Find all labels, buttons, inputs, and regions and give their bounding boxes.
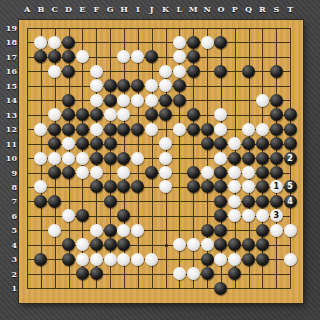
black-stone-F4[interactable] [90,238,103,251]
white-stone-J15[interactable] [145,79,158,92]
black-stone-H6[interactable] [117,209,130,222]
row-label-2: 2 [2,268,17,280]
black-stone-S7[interactable] [270,195,283,208]
black-stone-R8[interactable] [256,180,269,193]
black-stone-L14[interactable] [173,94,186,107]
black-stone-S11[interactable] [270,137,283,150]
black-stone-I12[interactable] [131,123,144,136]
white-stone-L16[interactable] [173,65,186,78]
white-stone-B18[interactable] [34,36,47,49]
white-stone-S5[interactable] [270,224,283,237]
white-stone-F9[interactable] [90,166,103,179]
white-stone-P11[interactable] [228,137,241,150]
white-stone-Q6[interactable] [242,209,255,222]
black-stone-T12[interactable] [284,123,297,136]
black-stone-E12[interactable] [76,123,89,136]
white-stone-B12[interactable] [34,123,47,136]
move-1-stone-S8[interactable]: 1 [270,180,283,193]
column-label-O: O [216,3,226,15]
column-label-C: C [50,3,60,15]
white-stone-D11[interactable] [62,137,75,150]
row-label-5: 5 [2,224,17,236]
black-stone-S10[interactable] [270,152,283,165]
column-label-S: S [271,3,281,15]
black-stone-O11[interactable] [214,137,227,150]
black-stone-N2[interactable] [201,267,214,280]
white-stone-N18[interactable] [201,36,214,49]
white-stone-L17[interactable] [173,50,186,63]
white-stone-I17[interactable] [131,50,144,63]
black-stone-Q10[interactable] [242,152,255,165]
black-stone-O9[interactable] [214,166,227,179]
white-stone-O10[interactable] [214,152,227,165]
black-stone-R11[interactable] [256,137,269,150]
white-stone-F12[interactable] [90,123,103,136]
white-stone-T3[interactable] [284,253,297,266]
black-stone-H8[interactable] [117,180,130,193]
column-label-M: M [188,3,198,15]
white-stone-Q12[interactable] [242,123,255,136]
black-stone-D9[interactable] [62,166,75,179]
black-stone-D13[interactable] [62,108,75,121]
column-label-L: L [174,3,184,15]
black-stone-L15[interactable] [173,79,186,92]
grid-line-horizontal [27,28,291,29]
black-stone-D14[interactable] [62,94,75,107]
black-stone-P10[interactable] [228,152,241,165]
black-stone-D12[interactable] [62,123,75,136]
black-stone-O4[interactable] [214,238,227,251]
white-stone-F14[interactable] [90,94,103,107]
row-label-11: 11 [2,138,17,150]
row-label-6: 6 [2,210,17,222]
black-stone-B3[interactable] [34,253,47,266]
white-stone-E10[interactable] [76,152,89,165]
white-stone-P8[interactable] [228,180,241,193]
grid-line-horizontal [27,274,291,275]
white-stone-C5[interactable] [48,224,61,237]
white-stone-G3[interactable] [104,253,117,266]
black-stone-B7[interactable] [34,195,47,208]
row-label-4: 4 [2,239,17,251]
star-point [165,244,168,247]
column-label-P: P [230,3,240,15]
black-stone-C9[interactable] [48,166,61,179]
black-stone-G10[interactable] [104,152,117,165]
column-label-T: T [285,3,295,15]
row-label-1: 1 [2,282,17,294]
black-stone-J17[interactable] [145,50,158,63]
black-stone-I8[interactable] [131,180,144,193]
black-stone-H4[interactable] [117,238,130,251]
black-stone-R5[interactable] [256,224,269,237]
black-stone-G7[interactable] [104,195,117,208]
column-label-I: I [133,3,143,15]
black-stone-M13[interactable] [187,108,200,121]
black-stone-K13[interactable] [159,108,172,121]
white-stone-E17[interactable] [76,50,89,63]
black-stone-Q11[interactable] [242,137,255,150]
black-stone-P2[interactable] [228,267,241,280]
black-stone-N12[interactable] [201,123,214,136]
black-stone-F10[interactable] [90,152,103,165]
white-stone-K8[interactable] [159,180,172,193]
black-stone-G5[interactable] [104,224,117,237]
row-label-3: 3 [2,253,17,265]
white-stone-E4[interactable] [76,238,89,251]
black-stone-D16[interactable] [62,65,75,78]
black-stone-S16[interactable] [270,65,283,78]
white-stone-T5[interactable] [284,224,297,237]
column-label-J: J [147,3,157,15]
white-stone-C18[interactable] [48,36,61,49]
black-stone-R7[interactable] [256,195,269,208]
row-label-10: 10 [2,152,17,164]
black-stone-N5[interactable] [201,224,214,237]
black-stone-J9[interactable] [145,166,158,179]
grid-line-horizontal [27,288,291,289]
white-stone-P7[interactable] [228,195,241,208]
black-stone-H10[interactable] [117,152,130,165]
white-stone-J14[interactable] [145,94,158,107]
row-label-16: 16 [2,65,17,77]
column-label-R: R [257,3,267,15]
white-stone-C10[interactable] [48,152,61,165]
white-stone-E9[interactable] [76,166,89,179]
black-stone-K14[interactable] [159,94,172,107]
black-stone-M9[interactable] [187,166,200,179]
white-stone-L18[interactable] [173,36,186,49]
white-stone-B10[interactable] [34,152,47,165]
black-stone-M12[interactable] [187,123,200,136]
white-stone-I5[interactable] [131,224,144,237]
black-stone-O6[interactable] [214,209,227,222]
white-stone-Q9[interactable] [242,166,255,179]
black-stone-D18[interactable] [62,36,75,49]
row-label-8: 8 [2,181,17,193]
move-5-stone-T8[interactable]: 5 [284,180,297,193]
white-stone-H13[interactable] [117,108,130,121]
white-stone-O12[interactable] [214,123,227,136]
black-stone-T11[interactable] [284,137,297,150]
column-label-H: H [119,3,129,15]
black-stone-S9[interactable] [270,166,283,179]
column-label-D: D [64,3,74,15]
black-stone-C12[interactable] [48,123,61,136]
row-label-18: 18 [2,36,17,48]
black-stone-D4[interactable] [62,238,75,251]
white-stone-J12[interactable] [145,123,158,136]
black-stone-M17[interactable] [187,50,200,63]
black-stone-F11[interactable] [90,137,103,150]
white-stone-J3[interactable] [145,253,158,266]
white-stone-R14[interactable] [256,94,269,107]
move-4-stone-T7[interactable]: 4 [284,195,297,208]
row-label-12: 12 [2,123,17,135]
black-stone-O5[interactable] [214,224,227,237]
black-stone-M8[interactable] [187,180,200,193]
row-label-7: 7 [2,195,17,207]
black-stone-O1[interactable] [214,282,227,295]
black-stone-O8[interactable] [214,180,227,193]
black-stone-T13[interactable] [284,108,297,121]
white-stone-R12[interactable] [256,123,269,136]
move-3-stone-S6[interactable]: 3 [270,209,283,222]
black-stone-M16[interactable] [187,65,200,78]
black-stone-C11[interactable] [48,137,61,150]
black-stone-G4[interactable] [104,238,117,251]
white-stone-P9[interactable] [228,166,241,179]
black-stone-R3[interactable] [256,253,269,266]
black-stone-D17[interactable] [62,50,75,63]
black-stone-E13[interactable] [76,108,89,121]
black-stone-F13[interactable] [90,108,103,121]
black-stone-C17[interactable] [48,50,61,63]
black-stone-H15[interactable] [117,79,130,92]
black-stone-G14[interactable] [104,94,117,107]
row-label-19: 19 [2,22,17,34]
white-stone-L12[interactable] [173,123,186,136]
white-stone-P3[interactable] [228,253,241,266]
white-stone-I3[interactable] [131,253,144,266]
black-stone-E2[interactable] [76,267,89,280]
white-stone-P6[interactable] [228,209,241,222]
black-stone-S13[interactable] [270,108,283,121]
white-stone-K10[interactable] [159,152,172,165]
white-stone-L4[interactable] [173,238,186,251]
black-stone-N8[interactable] [201,180,214,193]
move-2-stone-T10[interactable]: 2 [284,152,297,165]
white-stone-K9[interactable] [159,166,172,179]
row-label-15: 15 [2,80,17,92]
black-stone-S14[interactable] [270,94,283,107]
black-stone-D3[interactable] [62,253,75,266]
column-label-F: F [91,3,101,15]
black-stone-M18[interactable] [187,36,200,49]
black-stone-O16[interactable] [214,65,227,78]
black-stone-H12[interactable] [117,123,130,136]
white-stone-O13[interactable] [214,108,227,121]
white-stone-K15[interactable] [159,79,172,92]
white-stone-D6[interactable] [62,209,75,222]
white-stone-H14[interactable] [117,94,130,107]
black-stone-Q16[interactable] [242,65,255,78]
black-stone-R10[interactable] [256,152,269,165]
column-label-Q: Q [244,3,254,15]
black-stone-Q4[interactable] [242,238,255,251]
row-label-14: 14 [2,94,17,106]
white-stone-E3[interactable] [76,253,89,266]
white-stone-H5[interactable] [117,224,130,237]
black-stone-R4[interactable] [256,238,269,251]
white-stone-F15[interactable] [90,79,103,92]
white-stone-G13[interactable] [104,108,117,121]
black-stone-O7[interactable] [214,195,227,208]
black-stone-Q3[interactable] [242,253,255,266]
white-stone-H9[interactable] [117,166,130,179]
white-stone-H17[interactable] [117,50,130,63]
black-stone-G15[interactable] [104,79,117,92]
white-stone-C13[interactable] [48,108,61,121]
black-stone-E11[interactable] [76,137,89,150]
grid-line-horizontal [27,230,291,231]
column-label-G: G [105,3,115,15]
white-stone-L2[interactable] [173,267,186,280]
black-stone-F2[interactable] [90,267,103,280]
column-label-B: B [36,3,46,15]
column-label-K: K [161,3,171,15]
black-stone-G12[interactable] [104,123,117,136]
white-stone-M2[interactable] [187,267,200,280]
black-stone-S12[interactable] [270,123,283,136]
white-stone-I14[interactable] [131,94,144,107]
black-stone-N3[interactable] [201,253,214,266]
column-label-E: E [77,3,87,15]
white-stone-C16[interactable] [48,65,61,78]
black-stone-P4[interactable] [228,238,241,251]
column-label-A: A [22,3,32,15]
row-label-17: 17 [2,51,17,63]
white-stone-K16[interactable] [159,65,172,78]
white-stone-B8[interactable] [34,180,47,193]
white-stone-H3[interactable] [117,253,130,266]
white-stone-N4[interactable] [201,238,214,251]
black-stone-O18[interactable] [214,36,227,49]
black-stone-G11[interactable] [104,137,117,150]
white-stone-K11[interactable] [159,137,172,150]
white-stone-I10[interactable] [131,152,144,165]
white-stone-Q8[interactable] [242,180,255,193]
black-stone-N11[interactable] [201,137,214,150]
white-stone-D10[interactable] [62,152,75,165]
black-stone-B17[interactable] [34,50,47,63]
go-board[interactable]: 21543 [19,20,303,303]
white-stone-O3[interactable] [214,253,227,266]
black-stone-J13[interactable] [145,108,158,121]
white-stone-F5[interactable] [90,224,103,237]
column-label-N: N [202,3,212,15]
row-label-9: 9 [2,167,17,179]
black-stone-F8[interactable] [90,180,103,193]
black-stone-G8[interactable] [104,180,117,193]
row-label-13: 13 [2,109,17,121]
white-stone-F3[interactable] [90,253,103,266]
black-stone-R9[interactable] [256,166,269,179]
white-stone-N9[interactable] [201,166,214,179]
black-stone-C7[interactable] [48,195,61,208]
white-stone-R6[interactable] [256,209,269,222]
black-stone-E6[interactable] [76,209,89,222]
screenshot-background: 21543 ABCDEFGHIJKLMNOPQRST19181716151413… [0,0,320,320]
white-stone-F16[interactable] [90,65,103,78]
black-stone-Q7[interactable] [242,195,255,208]
black-stone-I15[interactable] [131,79,144,92]
white-stone-M4[interactable] [187,238,200,251]
